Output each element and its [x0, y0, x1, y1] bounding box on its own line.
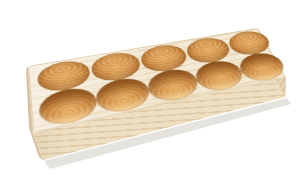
mancala-board-photo [0, 0, 300, 190]
